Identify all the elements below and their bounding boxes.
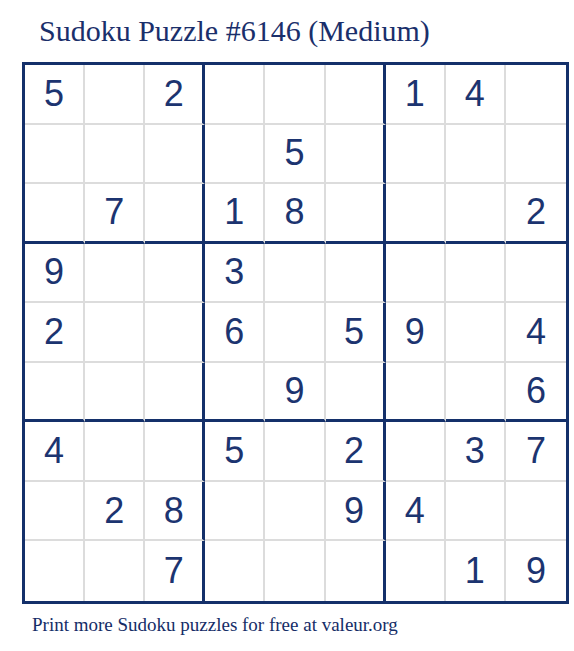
sudoku-cell[interactable]: 8 — [145, 482, 205, 542]
cell-value: 4 — [44, 430, 64, 472]
cell-value: 2 — [344, 430, 364, 472]
cell-value: 1 — [405, 73, 425, 115]
sudoku-cell[interactable]: 1 — [446, 541, 506, 601]
sudoku-cell[interactable]: 4 — [506, 303, 566, 363]
sudoku-cell[interactable] — [145, 184, 205, 244]
sudoku-cell[interactable] — [25, 363, 85, 423]
cell-value: 5 — [44, 73, 64, 115]
sudoku-page: Sudoku Puzzle #6146 (Medium) 52145718293… — [0, 0, 574, 651]
sudoku-cell[interactable]: 5 — [326, 303, 386, 363]
sudoku-cell[interactable] — [265, 65, 325, 125]
sudoku-cell[interactable] — [326, 541, 386, 601]
cell-value: 9 — [405, 311, 425, 353]
sudoku-cell[interactable] — [506, 482, 566, 542]
sudoku-cell[interactable]: 1 — [386, 65, 446, 125]
sudoku-cell[interactable] — [326, 65, 386, 125]
sudoku-cell[interactable]: 2 — [506, 184, 566, 244]
sudoku-cell[interactable] — [446, 363, 506, 423]
sudoku-cell[interactable]: 7 — [145, 541, 205, 601]
cell-value: 6 — [526, 370, 546, 412]
cell-value: 8 — [284, 191, 304, 233]
sudoku-cell[interactable]: 8 — [265, 184, 325, 244]
cell-value: 5 — [284, 132, 304, 174]
sudoku-cell[interactable]: 6 — [506, 363, 566, 423]
sudoku-cell[interactable]: 3 — [446, 422, 506, 482]
cell-value: 7 — [164, 550, 184, 592]
sudoku-cell[interactable]: 9 — [25, 244, 85, 304]
sudoku-cell[interactable] — [506, 65, 566, 125]
cell-value: 2 — [164, 73, 184, 115]
sudoku-cell[interactable]: 5 — [25, 65, 85, 125]
sudoku-cell[interactable]: 7 — [85, 184, 145, 244]
sudoku-cell[interactable] — [506, 125, 566, 185]
sudoku-cell[interactable]: 2 — [326, 422, 386, 482]
sudoku-cell[interactable] — [326, 244, 386, 304]
cell-value: 1 — [224, 191, 244, 233]
sudoku-cell[interactable] — [85, 422, 145, 482]
sudoku-cell[interactable] — [446, 184, 506, 244]
sudoku-cell[interactable] — [85, 363, 145, 423]
sudoku-cell[interactable] — [85, 303, 145, 363]
cell-value: 6 — [224, 311, 244, 353]
sudoku-cell[interactable]: 9 — [386, 303, 446, 363]
cell-value: 2 — [526, 191, 546, 233]
sudoku-cell[interactable]: 7 — [506, 422, 566, 482]
sudoku-cell[interactable] — [265, 303, 325, 363]
cell-value: 9 — [44, 251, 64, 293]
sudoku-cell[interactable] — [386, 184, 446, 244]
sudoku-cell[interactable]: 4 — [446, 65, 506, 125]
sudoku-cell[interactable]: 3 — [205, 244, 265, 304]
sudoku-cell[interactable] — [446, 125, 506, 185]
cell-value: 5 — [224, 430, 244, 472]
sudoku-cell[interactable] — [386, 541, 446, 601]
sudoku-cell[interactable] — [446, 303, 506, 363]
cell-value: 5 — [344, 311, 364, 353]
sudoku-cell[interactable]: 2 — [145, 65, 205, 125]
sudoku-cell[interactable] — [326, 184, 386, 244]
sudoku-cell[interactable] — [205, 482, 265, 542]
sudoku-cell[interactable]: 2 — [85, 482, 145, 542]
sudoku-cell[interactable]: 5 — [265, 125, 325, 185]
sudoku-cell[interactable] — [85, 125, 145, 185]
sudoku-cell[interactable] — [446, 244, 506, 304]
cell-value: 9 — [526, 550, 546, 592]
sudoku-cell[interactable] — [205, 541, 265, 601]
cell-value: 4 — [405, 490, 425, 532]
cell-value: 8 — [164, 490, 184, 532]
sudoku-cell[interactable] — [25, 482, 85, 542]
sudoku-cell[interactable] — [145, 125, 205, 185]
sudoku-cell[interactable] — [145, 244, 205, 304]
cell-value: 2 — [44, 311, 64, 353]
cell-value: 9 — [344, 490, 364, 532]
sudoku-cell[interactable]: 9 — [326, 482, 386, 542]
sudoku-cell[interactable] — [25, 184, 85, 244]
sudoku-cell[interactable] — [85, 65, 145, 125]
cell-value: 4 — [526, 311, 546, 353]
sudoku-cell[interactable]: 4 — [386, 482, 446, 542]
sudoku-cell[interactable] — [386, 125, 446, 185]
page-title: Sudoku Puzzle #6146 (Medium) — [39, 14, 430, 48]
sudoku-cell[interactable] — [205, 125, 265, 185]
sudoku-cell[interactable] — [265, 422, 325, 482]
cell-value: 3 — [465, 430, 485, 472]
sudoku-cell[interactable] — [265, 244, 325, 304]
sudoku-cell[interactable] — [506, 244, 566, 304]
sudoku-cell[interactable]: 5 — [205, 422, 265, 482]
cell-value: 7 — [526, 430, 546, 472]
cell-value: 3 — [224, 251, 244, 293]
sudoku-grid: 521457182932659496452372894719 — [22, 62, 569, 604]
sudoku-cell[interactable]: 9 — [506, 541, 566, 601]
sudoku-cell[interactable]: 6 — [205, 303, 265, 363]
cell-value: 9 — [284, 370, 304, 412]
sudoku-cell[interactable] — [25, 125, 85, 185]
sudoku-cell[interactable]: 1 — [205, 184, 265, 244]
sudoku-cell[interactable] — [265, 541, 325, 601]
sudoku-cell[interactable] — [386, 363, 446, 423]
sudoku-cell[interactable] — [446, 482, 506, 542]
sudoku-cell[interactable] — [386, 422, 446, 482]
sudoku-cell[interactable] — [326, 363, 386, 423]
sudoku-cell[interactable] — [145, 422, 205, 482]
sudoku-cell[interactable]: 2 — [25, 303, 85, 363]
sudoku-cell[interactable] — [205, 65, 265, 125]
sudoku-cell[interactable] — [25, 541, 85, 601]
sudoku-cell[interactable] — [205, 363, 265, 423]
sudoku-cell[interactable] — [145, 363, 205, 423]
sudoku-cell[interactable] — [85, 244, 145, 304]
sudoku-cell[interactable] — [145, 303, 205, 363]
sudoku-cell[interactable] — [326, 125, 386, 185]
cell-value: 4 — [465, 73, 485, 115]
sudoku-cell[interactable]: 4 — [25, 422, 85, 482]
sudoku-cell[interactable] — [85, 541, 145, 601]
sudoku-cell[interactable] — [386, 244, 446, 304]
cell-value: 7 — [104, 191, 124, 233]
footer-text: Print more Sudoku puzzles for free at va… — [32, 613, 398, 637]
cell-value: 1 — [465, 550, 485, 592]
cell-value: 2 — [104, 490, 124, 532]
sudoku-cell[interactable] — [265, 482, 325, 542]
sudoku-cell[interactable]: 9 — [265, 363, 325, 423]
